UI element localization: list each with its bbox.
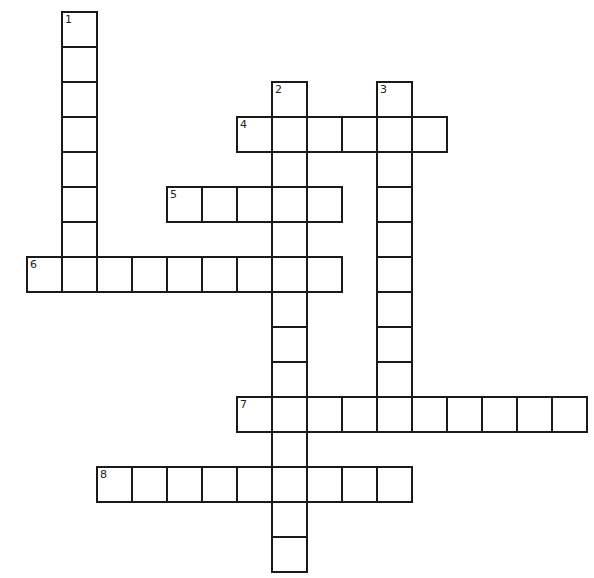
cell-r7-c2[interactable]	[61, 221, 98, 258]
cell-r8-c9[interactable]	[306, 256, 343, 293]
cell-r12-c13[interactable]	[446, 396, 483, 433]
cell-r4-c11[interactable]	[376, 116, 413, 153]
cell-r8-c2[interactable]	[61, 256, 98, 293]
clue-number-5: 5	[170, 189, 177, 200]
cell-r12-c10[interactable]	[341, 396, 378, 433]
cell-r5-c2[interactable]	[61, 151, 98, 188]
cell-r8-c5[interactable]	[166, 256, 203, 293]
clue-number-3: 3	[380, 84, 387, 95]
cell-r12-c15[interactable]	[516, 396, 553, 433]
cell-r14-c8[interactable]	[271, 466, 308, 503]
cell-r8-c11[interactable]	[376, 256, 413, 293]
cell-r8-c3[interactable]	[96, 256, 133, 293]
cell-r5-c8[interactable]	[271, 151, 308, 188]
cell-r14-c4[interactable]	[131, 466, 168, 503]
cell-r6-c2[interactable]	[61, 186, 98, 223]
cell-r3-c2[interactable]	[61, 81, 98, 118]
cell-r5-c11[interactable]	[376, 151, 413, 188]
cell-r10-c8[interactable]	[271, 326, 308, 363]
cell-r12-c9[interactable]	[306, 396, 343, 433]
cell-r14-c6[interactable]	[201, 466, 238, 503]
cell-r7-c11[interactable]	[376, 221, 413, 258]
cell-r16-c8[interactable]	[271, 536, 308, 573]
cell-r12-c8[interactable]	[271, 396, 308, 433]
cell-r15-c8[interactable]	[271, 501, 308, 538]
cell-r4-c9[interactable]	[306, 116, 343, 153]
cell-r12-c12[interactable]	[411, 396, 448, 433]
cell-r8-c4[interactable]	[131, 256, 168, 293]
cell-r13-c8[interactable]	[271, 431, 308, 468]
cell-r4-c2[interactable]	[61, 116, 98, 153]
clue-number-7: 7	[240, 399, 247, 410]
cell-r12-c11[interactable]	[376, 396, 413, 433]
cell-r4-c10[interactable]	[341, 116, 378, 153]
cell-r14-c11[interactable]	[376, 466, 413, 503]
cell-r6-c11[interactable]	[376, 186, 413, 223]
clue-number-4: 4	[240, 119, 247, 130]
cell-r6-c9[interactable]	[306, 186, 343, 223]
crossword-page: 12345678	[0, 0, 594, 578]
cell-r10-c11[interactable]	[376, 326, 413, 363]
cell-r11-c11[interactable]	[376, 361, 413, 398]
clue-number-8: 8	[100, 469, 107, 480]
cell-r4-c12[interactable]	[411, 116, 448, 153]
cell-r9-c11[interactable]	[376, 291, 413, 328]
cell-r8-c8[interactable]	[271, 256, 308, 293]
clue-number-1: 1	[65, 14, 72, 25]
clue-number-2: 2	[275, 84, 282, 95]
cell-r4-c8[interactable]	[271, 116, 308, 153]
cell-r6-c8[interactable]	[271, 186, 308, 223]
cell-r7-c8[interactable]	[271, 221, 308, 258]
cell-r8-c7[interactable]	[236, 256, 273, 293]
cell-r8-c6[interactable]	[201, 256, 238, 293]
cell-r2-c2[interactable]	[61, 46, 98, 83]
cell-r6-c6[interactable]	[201, 186, 238, 223]
cell-r14-c10[interactable]	[341, 466, 378, 503]
cell-r11-c8[interactable]	[271, 361, 308, 398]
cell-r6-c7[interactable]	[236, 186, 273, 223]
cell-r14-c5[interactable]	[166, 466, 203, 503]
cell-r12-c16[interactable]	[551, 396, 588, 433]
clue-number-6: 6	[30, 259, 37, 270]
cell-r9-c8[interactable]	[271, 291, 308, 328]
crossword-grid: 12345678	[0, 0, 594, 578]
cell-r12-c14[interactable]	[481, 396, 518, 433]
cell-r14-c9[interactable]	[306, 466, 343, 503]
cell-r14-c7[interactable]	[236, 466, 273, 503]
